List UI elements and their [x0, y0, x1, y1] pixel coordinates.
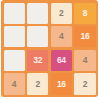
- empty-cell: [4, 3, 25, 24]
- empty-cell: [4, 26, 25, 47]
- tile-2: 2: [51, 3, 72, 24]
- tile-8: 8: [74, 3, 95, 24]
- tile-32: 32: [27, 50, 48, 71]
- tile-2: 2: [74, 73, 95, 94]
- empty-cell: [27, 3, 48, 24]
- tile-4: 4: [51, 26, 72, 47]
- tile-4: 4: [4, 73, 25, 94]
- tile-64: 64: [51, 50, 72, 71]
- tile-16: 16: [51, 73, 72, 94]
- tile-2: 2: [27, 73, 48, 94]
- tile-4: 4: [74, 50, 95, 71]
- board-2048[interactable]: 284163264442162: [1, 0, 98, 97]
- empty-cell: [4, 50, 25, 71]
- empty-cell: [27, 26, 48, 47]
- tile-16: 16: [74, 26, 95, 47]
